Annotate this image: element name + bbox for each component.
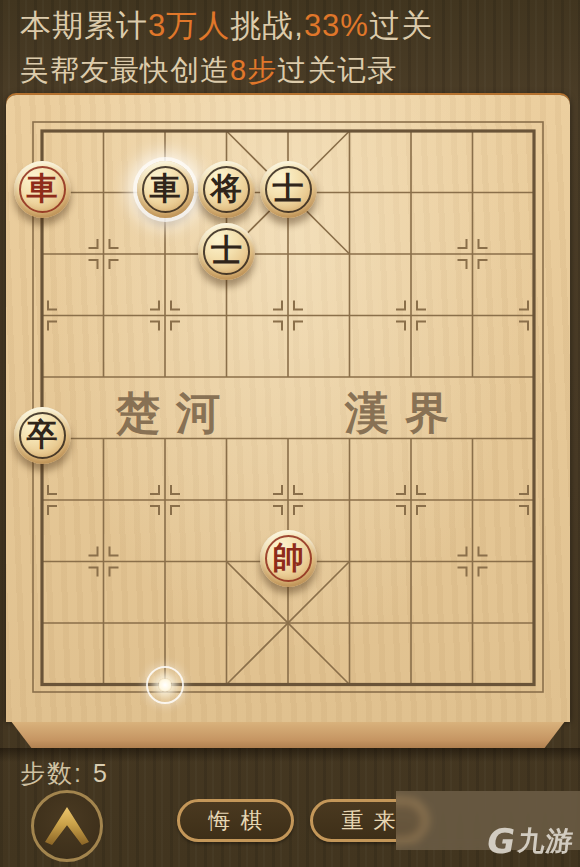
move-origin-highlight-dot[interactable] — [146, 666, 184, 704]
piece-red-chariot[interactable]: 車 — [14, 161, 71, 218]
piece-black-general[interactable]: 将 — [198, 161, 255, 218]
stat-text: 过关 — [369, 8, 433, 43]
stat-text: 吴帮友最快创造 — [20, 54, 230, 86]
board-front-bevel — [6, 722, 570, 748]
chevron-up-icon — [45, 807, 89, 845]
piece-character: 士 — [273, 173, 304, 204]
piece-black-soldier[interactable]: 卒 — [14, 407, 71, 464]
step-counter-label: 步数: — [20, 759, 83, 787]
piece-character: 車 — [27, 173, 58, 204]
step-counter: 步数:5 — [20, 757, 109, 790]
piece-character: 車 — [150, 173, 181, 204]
challenge-stats-line: 本期累计3万人挑战,33%过关 — [20, 5, 433, 47]
jiuyou-logo-icon: G — [484, 824, 518, 858]
stat-accent-text: 33% — [304, 8, 369, 43]
piece-red-general[interactable]: 帥 — [260, 530, 317, 587]
xiangqi-board[interactable]: 楚河 漢界 車車将士士卒帥 — [6, 95, 570, 722]
expand-panel-button[interactable] — [31, 790, 103, 862]
piece-character: 将 — [211, 173, 242, 204]
piece-layer: 車車将士士卒帥 — [11, 100, 565, 715]
piece-black-advisor[interactable]: 士 — [260, 161, 317, 218]
piece-black-advisor[interactable]: 士 — [198, 223, 255, 280]
piece-character: 士 — [211, 235, 242, 266]
stat-text: 本期累计 — [20, 8, 148, 43]
jiuyou-logo-text: 九游 — [517, 828, 576, 855]
stat-accent-text: 8步 — [230, 54, 277, 86]
piece-character: 卒 — [27, 419, 58, 450]
stat-text: 过关记录 — [277, 54, 397, 86]
jiuyou-watermark: G 九游 — [487, 824, 574, 858]
undo-move-button[interactable]: 悔棋 — [177, 799, 294, 842]
piece-black-chariot[interactable]: 車 — [137, 161, 194, 218]
record-stats-line: 吴帮友最快创造8步过关记录 — [20, 51, 397, 91]
stat-text: 挑战, — [230, 8, 304, 43]
step-counter-value: 5 — [93, 759, 109, 787]
stat-accent-text: 3万人 — [148, 8, 230, 43]
piece-character: 帥 — [273, 542, 304, 573]
